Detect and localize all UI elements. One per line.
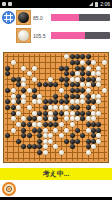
- intersection[interactable]: [69, 93, 74, 99]
- black-stone: [70, 60, 75, 65]
- intersection[interactable]: [102, 155, 107, 161]
- black-score: 85.0: [33, 15, 51, 21]
- white-stone: [70, 77, 75, 82]
- intersection[interactable]: [10, 77, 15, 83]
- black-stone: [48, 122, 53, 127]
- white-stone: [64, 128, 69, 133]
- white-stone: [59, 150, 64, 155]
- white-stone: [70, 111, 75, 116]
- white-stone: [102, 88, 107, 93]
- white-player-row: 105.5: [16, 27, 112, 44]
- black-stone: [86, 60, 91, 65]
- black-stone: [75, 66, 80, 71]
- black-stone: [86, 71, 91, 76]
- battery-icon: [95, 2, 98, 7]
- signal-icon: [89, 2, 93, 6]
- black-stone: [86, 94, 91, 99]
- intersection[interactable]: [69, 110, 74, 116]
- intersection[interactable]: [32, 65, 37, 71]
- white-stone: [16, 105, 21, 110]
- black-stone: [75, 128, 80, 133]
- white-stone: [43, 128, 48, 133]
- black-stone: [91, 77, 96, 82]
- white-stone: [32, 122, 37, 127]
- intersection[interactable]: [69, 105, 74, 111]
- white-stone: [59, 105, 64, 110]
- white-stone: [11, 128, 16, 133]
- white-stone: [43, 139, 48, 144]
- white-stone: [32, 66, 37, 71]
- intersection[interactable]: [69, 60, 74, 66]
- black-stone: [86, 111, 91, 116]
- white-stone: [70, 116, 75, 121]
- black-stone: [59, 111, 64, 116]
- black-stone: [11, 111, 16, 116]
- white-stone: [86, 66, 91, 71]
- intersection[interactable]: [10, 105, 15, 111]
- black-player-row: 85.0: [16, 9, 112, 26]
- black-stone: [43, 122, 48, 127]
- black-stone: [70, 71, 75, 76]
- black-stone: [91, 128, 96, 133]
- white-score-bar: [51, 32, 110, 39]
- white-stone: [11, 99, 16, 104]
- white-stone: [59, 133, 64, 138]
- black-score-bar: [51, 14, 110, 21]
- white-stone: [27, 105, 32, 110]
- black-stone-icon: [18, 12, 29, 23]
- white-stone: [43, 150, 48, 155]
- intersection[interactable]: [69, 122, 74, 128]
- white-stone: [16, 111, 21, 116]
- black-stone: [75, 94, 80, 99]
- white-stone: [21, 66, 26, 71]
- notification-icons: [2, 2, 12, 6]
- white-stone: [48, 77, 53, 82]
- black-stone: [86, 105, 91, 110]
- black-stone: [75, 139, 80, 144]
- intersection[interactable]: [32, 110, 37, 116]
- intersection[interactable]: [43, 138, 48, 144]
- black-stone: [32, 128, 37, 133]
- go-grid[interactable]: [5, 54, 107, 161]
- white-stone: [32, 77, 37, 82]
- white-stone: [75, 77, 80, 82]
- white-stone: [102, 60, 107, 65]
- white-stone-tile: [16, 28, 31, 43]
- black-stone: [16, 94, 21, 99]
- go-board[interactable]: [3, 52, 109, 163]
- black-stone: [70, 94, 75, 99]
- black-stone: [43, 116, 48, 121]
- black-stone: [16, 139, 21, 144]
- white-stone: [43, 133, 48, 138]
- intersection[interactable]: [43, 127, 48, 133]
- intersection[interactable]: [75, 127, 80, 133]
- black-stone: [64, 94, 69, 99]
- player-panel: 85.0 105.5: [0, 8, 112, 52]
- white-stone: [86, 150, 91, 155]
- white-stone: [11, 94, 16, 99]
- black-stone: [27, 122, 32, 127]
- white-stone: [91, 60, 96, 65]
- white-stone: [48, 139, 53, 144]
- black-stone: [27, 133, 32, 138]
- white-stone: [11, 88, 16, 93]
- notification-icon: [8, 2, 12, 6]
- board-grid-icon[interactable]: [2, 11, 15, 24]
- white-stone: [64, 111, 69, 116]
- intersection[interactable]: [69, 77, 74, 83]
- black-stone: [86, 77, 91, 82]
- spiral-icon: [6, 186, 12, 192]
- black-stone: [70, 133, 75, 138]
- thinking-text: 考え中...: [43, 169, 70, 179]
- intersection[interactable]: [16, 110, 21, 116]
- white-stone: [70, 122, 75, 127]
- black-stone: [59, 77, 64, 82]
- white-stone: [48, 111, 53, 116]
- white-stone: [11, 60, 16, 65]
- black-stone: [75, 105, 80, 110]
- black-stone: [70, 88, 75, 93]
- intersection[interactable]: [26, 122, 31, 128]
- bottom-area: [0, 180, 112, 197]
- black-stone: [11, 77, 16, 82]
- white-stone: [32, 111, 37, 116]
- white-stone: [86, 88, 91, 93]
- thinking-banner: 考え中...: [0, 168, 112, 180]
- white-stone: [86, 128, 91, 133]
- black-stone: [86, 139, 91, 144]
- intersection[interactable]: [32, 127, 37, 133]
- black-stone: [21, 128, 26, 133]
- black-stone: [75, 60, 80, 65]
- black-score-bar-fill: [51, 14, 79, 21]
- black-stone: [70, 105, 75, 110]
- black-stone: [80, 111, 85, 116]
- app-spinner-icon: [2, 182, 16, 196]
- black-stone: [16, 77, 21, 82]
- black-stone: [70, 54, 75, 59]
- black-stone: [11, 105, 16, 110]
- black-stone: [43, 111, 48, 116]
- white-stone-icon: [18, 30, 29, 41]
- clock-text: 2:06: [100, 0, 110, 8]
- black-stone: [70, 139, 75, 144]
- black-stone: [86, 122, 91, 127]
- intersection[interactable]: [10, 127, 15, 133]
- intersection[interactable]: [16, 93, 21, 99]
- white-stone: [11, 116, 16, 121]
- black-stone: [64, 139, 69, 144]
- black-stone: [91, 122, 96, 127]
- black-stone: [5, 66, 10, 71]
- black-stone: [37, 128, 42, 133]
- white-stone: [59, 122, 64, 127]
- intersection[interactable]: [10, 93, 15, 99]
- intersection[interactable]: [69, 138, 74, 144]
- white-stone: [91, 111, 96, 116]
- intersection[interactable]: [43, 122, 48, 128]
- white-stone: [16, 122, 21, 127]
- intersection[interactable]: [43, 110, 48, 116]
- black-stone: [32, 94, 37, 99]
- black-stone: [59, 66, 64, 71]
- black-stone: [27, 116, 32, 121]
- white-stone: [59, 88, 64, 93]
- white-score-bar-fill: [51, 32, 85, 39]
- intersection[interactable]: [16, 138, 21, 144]
- notification-icon: [2, 2, 6, 6]
- black-stone: [43, 105, 48, 110]
- black-stone-tile: [16, 10, 31, 25]
- white-stone: [91, 94, 96, 99]
- bottom-nav-strip: [0, 197, 112, 200]
- black-stone: [64, 66, 69, 71]
- white-stone: [86, 116, 91, 121]
- intersection[interactable]: [91, 127, 96, 133]
- black-stone: [80, 66, 85, 71]
- intersection[interactable]: [10, 60, 15, 66]
- white-stone: [27, 88, 32, 93]
- black-stone: [91, 139, 96, 144]
- black-stone: [75, 111, 80, 116]
- white-stone: [27, 71, 32, 76]
- intersection[interactable]: [10, 110, 15, 116]
- white-score: 105.5: [33, 33, 51, 39]
- android-status-bar: 2:06: [0, 0, 112, 8]
- intersection[interactable]: [26, 105, 31, 111]
- intersection[interactable]: [86, 65, 91, 71]
